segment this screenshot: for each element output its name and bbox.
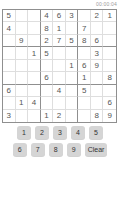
cell-r9c4[interactable]: 1 xyxy=(41,110,54,122)
cell-r3c3[interactable] xyxy=(28,35,41,47)
cell-r6c9[interactable]: 8 xyxy=(103,72,116,84)
cell-r7c6[interactable] xyxy=(66,85,79,97)
keypad-row-1: 12345 xyxy=(0,126,120,139)
cell-r9c2[interactable] xyxy=(16,110,29,122)
digit-button-6[interactable]: 6 xyxy=(13,143,27,156)
cell-r9c9[interactable]: 9 xyxy=(103,110,116,122)
cell-r4c8[interactable]: 3 xyxy=(91,47,104,59)
cell-r6c4[interactable]: 6 xyxy=(41,72,54,84)
cell-r3c7[interactable]: 8 xyxy=(78,35,91,47)
cell-r4c2[interactable] xyxy=(16,47,29,59)
cell-r5c7[interactable]: 6 xyxy=(78,60,91,72)
cell-r3c4[interactable]: 2 xyxy=(41,35,54,47)
cell-r7c2[interactable] xyxy=(16,85,29,97)
cell-r2c6[interactable] xyxy=(66,22,79,34)
cell-r9c1[interactable]: 3 xyxy=(3,110,16,122)
cell-r7c3[interactable] xyxy=(28,85,41,97)
cell-r3c9[interactable] xyxy=(103,35,116,47)
cell-r7c4[interactable] xyxy=(41,85,54,97)
cell-r3c2[interactable]: 9 xyxy=(16,35,29,47)
keypad-row-2: 6789Clear xyxy=(0,143,120,156)
cell-r5c6[interactable]: 1 xyxy=(66,60,79,72)
cell-r6c5[interactable] xyxy=(53,72,66,84)
cell-r2c3[interactable] xyxy=(28,22,41,34)
cell-r5c4[interactable] xyxy=(41,60,54,72)
cell-r3c1[interactable] xyxy=(3,35,16,47)
cell-r7c8[interactable] xyxy=(91,85,104,97)
cell-r6c3[interactable] xyxy=(28,72,41,84)
cell-r5c2[interactable] xyxy=(16,60,29,72)
cell-r3c8[interactable]: 6 xyxy=(91,35,104,47)
digit-button-4[interactable]: 4 xyxy=(71,126,85,139)
cell-r8c3[interactable]: 4 xyxy=(28,97,41,109)
digit-button-9[interactable]: 9 xyxy=(67,143,81,156)
game-timer: 00:00:04 xyxy=(96,1,117,7)
cell-r1c2[interactable] xyxy=(16,10,29,22)
sudoku-app-screen: 00:00:04 5463214817927586153169618645146… xyxy=(0,0,120,200)
cell-r4c9[interactable] xyxy=(103,47,116,59)
cell-r5c9[interactable] xyxy=(103,60,116,72)
cell-r1c3[interactable] xyxy=(28,10,41,22)
cell-r9c7[interactable] xyxy=(78,110,91,122)
cell-r3c5[interactable]: 7 xyxy=(53,35,66,47)
cell-r5c5[interactable] xyxy=(53,60,66,72)
digit-button-5[interactable]: 5 xyxy=(89,126,103,139)
sudoku-board: 546321481792758615316961864514631289 xyxy=(2,9,117,123)
cell-r7c1[interactable]: 6 xyxy=(3,85,16,97)
cell-r4c6[interactable] xyxy=(66,47,79,59)
cell-r6c8[interactable] xyxy=(91,72,104,84)
cell-r5c1[interactable] xyxy=(3,60,16,72)
cell-r6c1[interactable] xyxy=(3,72,16,84)
cell-r5c8[interactable]: 9 xyxy=(91,60,104,72)
cell-r9c6[interactable] xyxy=(66,110,79,122)
cell-r7c5[interactable]: 4 xyxy=(53,85,66,97)
cell-r9c8[interactable]: 8 xyxy=(91,110,104,122)
digit-button-1[interactable]: 1 xyxy=(17,126,31,139)
cell-r1c1[interactable]: 5 xyxy=(3,10,16,22)
cell-r1c9[interactable]: 1 xyxy=(103,10,116,22)
cell-r2c9[interactable] xyxy=(103,22,116,34)
cell-r1c7[interactable] xyxy=(78,10,91,22)
cell-r8c4[interactable] xyxy=(41,97,54,109)
cell-r2c5[interactable]: 1 xyxy=(53,22,66,34)
cell-r9c5[interactable]: 2 xyxy=(53,110,66,122)
cell-r8c2[interactable]: 1 xyxy=(16,97,29,109)
cell-r6c7[interactable]: 1 xyxy=(78,72,91,84)
cell-r7c9[interactable] xyxy=(103,85,116,97)
cell-r1c5[interactable]: 6 xyxy=(53,10,66,22)
cell-r8c6[interactable] xyxy=(66,97,79,109)
cell-r4c4[interactable]: 5 xyxy=(41,47,54,59)
cell-r8c5[interactable] xyxy=(53,97,66,109)
cell-r4c1[interactable] xyxy=(3,47,16,59)
digit-button-2[interactable]: 2 xyxy=(35,126,49,139)
cell-r1c8[interactable]: 2 xyxy=(91,10,104,22)
cell-r9c3[interactable] xyxy=(28,110,41,122)
cell-r6c6[interactable] xyxy=(66,72,79,84)
cell-r7c7[interactable]: 5 xyxy=(78,85,91,97)
cell-r1c6[interactable]: 3 xyxy=(66,10,79,22)
digit-button-7[interactable]: 7 xyxy=(31,143,45,156)
cell-r4c3[interactable]: 1 xyxy=(28,47,41,59)
digit-button-8[interactable]: 8 xyxy=(49,143,63,156)
cell-r2c7[interactable]: 7 xyxy=(78,22,91,34)
cell-r6c2[interactable] xyxy=(16,72,29,84)
cell-r1c4[interactable]: 4 xyxy=(41,10,54,22)
cell-r2c1[interactable]: 4 xyxy=(3,22,16,34)
clear-button[interactable]: Clear xyxy=(85,143,108,156)
cell-r3c6[interactable]: 5 xyxy=(66,35,79,47)
cell-r8c1[interactable] xyxy=(3,97,16,109)
cell-r2c4[interactable]: 8 xyxy=(41,22,54,34)
cell-r8c9[interactable]: 6 xyxy=(103,97,116,109)
digit-button-3[interactable]: 3 xyxy=(53,126,67,139)
cell-r8c7[interactable] xyxy=(78,97,91,109)
cell-r4c7[interactable] xyxy=(78,47,91,59)
cell-r8c8[interactable] xyxy=(91,97,104,109)
cell-r4c5[interactable] xyxy=(53,47,66,59)
cell-r2c2[interactable] xyxy=(16,22,29,34)
cell-r5c3[interactable] xyxy=(28,60,41,72)
cell-r2c8[interactable] xyxy=(91,22,104,34)
